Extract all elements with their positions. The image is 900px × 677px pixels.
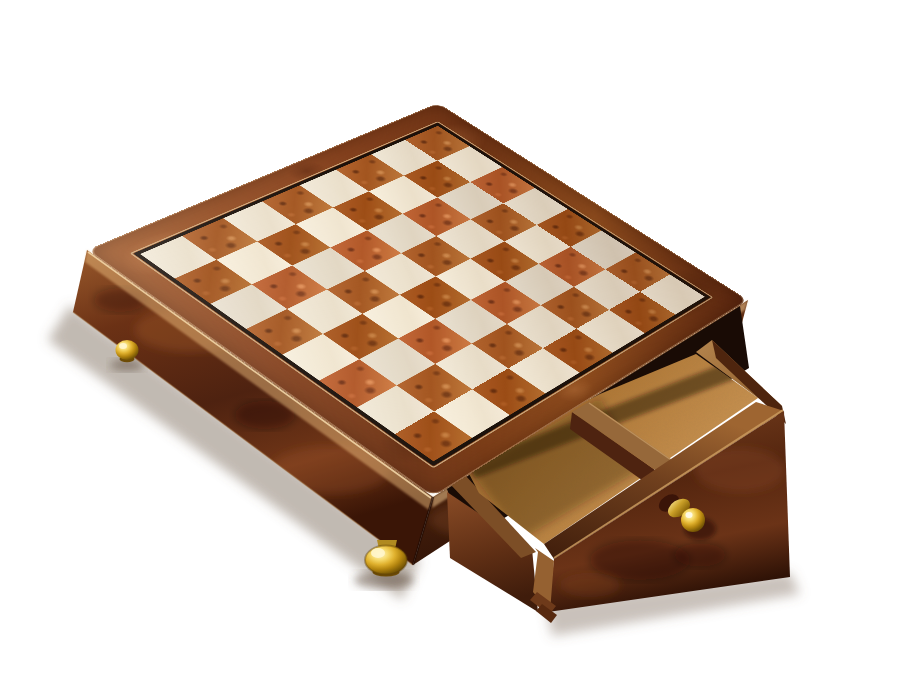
foot-near-specular [371,548,385,558]
foot-left-specular [119,343,127,349]
product-photo-stage [0,0,900,677]
knob-ball [681,508,705,532]
knob-ball-specular [686,512,693,518]
foot-left-bun [116,340,139,360]
